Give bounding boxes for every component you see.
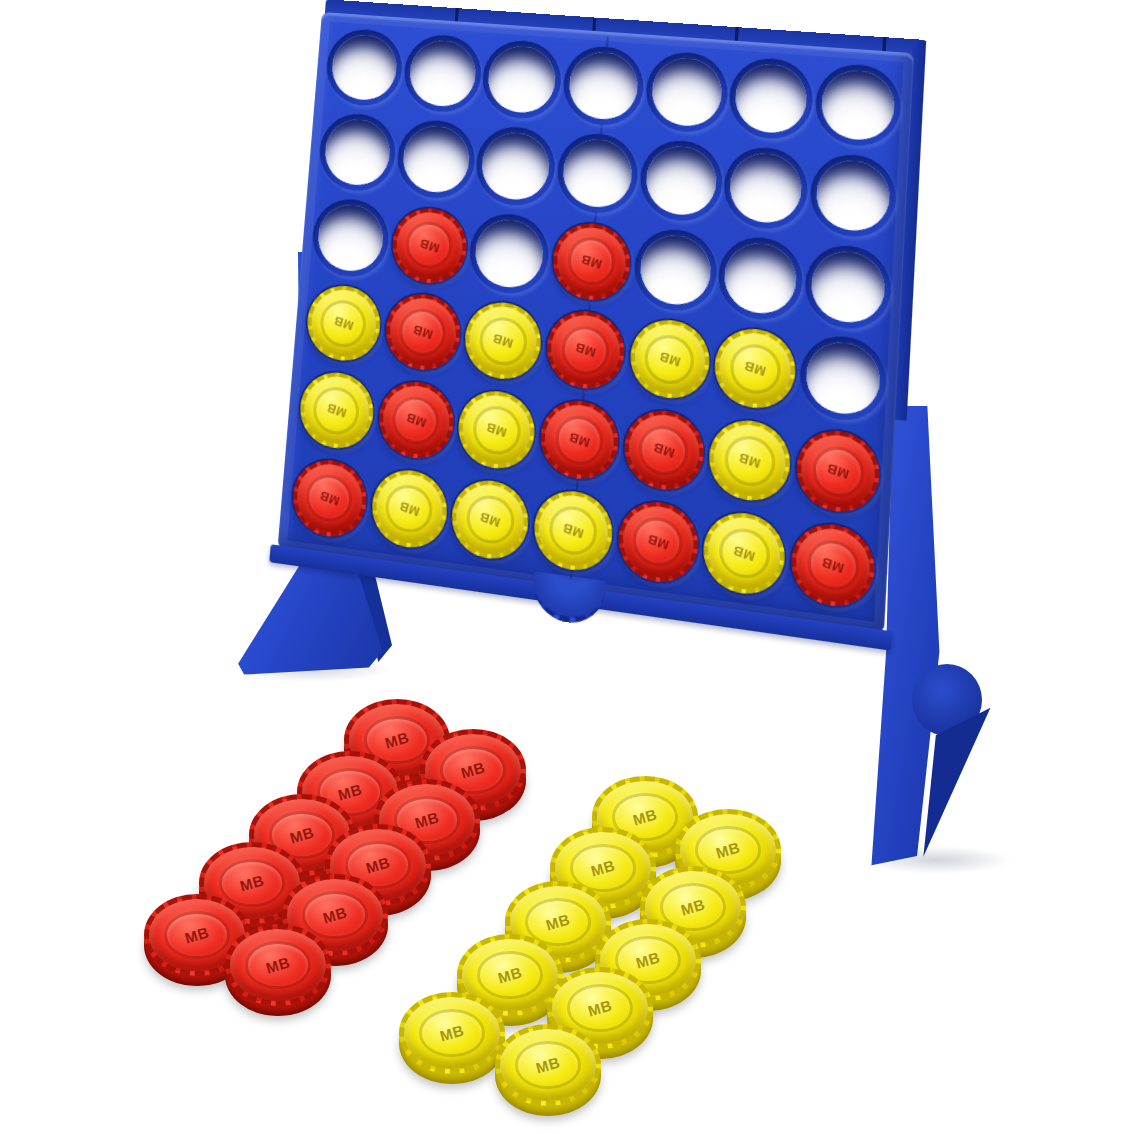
mb-logo: MB [586, 996, 614, 1019]
mb-logo: MB [651, 439, 676, 461]
mb-logo: MB [383, 728, 411, 751]
board-cell-r2c7[interactable] [807, 146, 900, 244]
mb-logo: MB [579, 251, 603, 272]
scene: Connect Four MBMBMBMBMBMBMBMBMBMBMBMBMBM… [0, 0, 1134, 1134]
board-cell-r5c6[interactable]: MB [704, 410, 797, 513]
board-cell-r1c3[interactable] [479, 34, 566, 126]
mb-logo: MB [534, 1053, 562, 1076]
board-cell-r4c7[interactable] [796, 328, 890, 430]
mb-logo: MB [645, 531, 670, 553]
mb-logo: MB [318, 488, 341, 509]
mb-logo: MB [732, 542, 758, 564]
board-cell-r5c5[interactable]: MB [618, 400, 709, 502]
board-cell-r3c2[interactable]: MB [386, 198, 472, 293]
loose-red-disc[interactable]: MB [225, 924, 331, 1016]
mb-logo: MB [496, 963, 524, 986]
board-cell-r2c3[interactable] [472, 119, 559, 213]
board-cell-r5c1[interactable]: MB [294, 362, 379, 459]
mb-logo: MB [491, 331, 515, 352]
mb-logo: MB [737, 450, 763, 472]
board-cell-r3c4[interactable]: MB [547, 213, 636, 310]
board-cell-r1c6[interactable] [726, 51, 817, 146]
board-grid: MBMBMBMBMBMBMBMBMBMBMBMBMBMBMBMBMBMBMBMB… [287, 23, 905, 619]
board-cell-r6c3[interactable]: MB [446, 469, 535, 570]
board-cell-r5c4[interactable]: MB [535, 390, 625, 490]
board-cell-r2c2[interactable] [393, 113, 479, 206]
disc-face: MB [225, 924, 331, 1006]
board-cell-r6c2[interactable]: MB [365, 459, 452, 559]
board-cell-r2c6[interactable] [720, 139, 811, 236]
mb-logo: MB [567, 429, 592, 451]
mb-logo: MB [589, 856, 617, 879]
board-cell-r5c2[interactable]: MB [372, 371, 459, 469]
board-cell-r1c4[interactable] [559, 39, 647, 132]
board-cell-r3c6[interactable] [715, 229, 807, 328]
board-cell-r6c7[interactable]: MB [786, 513, 881, 619]
mb-logo: MB [325, 400, 348, 421]
board-cell-r4c6[interactable]: MB [709, 319, 801, 420]
disc-face: MB [495, 1024, 601, 1106]
board-cell-r6c6[interactable]: MB [698, 501, 791, 606]
board-cell-r4c4[interactable]: MB [541, 301, 630, 400]
mb-logo: MB [264, 953, 292, 976]
mb-logo: MB [561, 520, 586, 542]
board-cell-r3c7[interactable] [802, 237, 895, 337]
loose-yellow-disc[interactable]: MB [495, 1024, 601, 1116]
mb-logo: MB [404, 410, 428, 431]
board-cell-r3c5[interactable] [630, 221, 720, 319]
mb-logo: MB [714, 838, 742, 861]
board-cell-r3c1[interactable] [308, 191, 393, 284]
mb-logo: MB [573, 340, 598, 361]
mb-logo: MB [631, 805, 659, 828]
board-cell-r1c5[interactable] [642, 45, 732, 139]
board-cell-r4c1[interactable]: MB [301, 276, 386, 371]
mb-logo: MB [411, 322, 435, 343]
mb-logo: MB [417, 235, 441, 255]
board-cell-r2c4[interactable] [553, 126, 642, 221]
mb-logo: MB [820, 554, 846, 577]
board-cell-r5c7[interactable]: MB [791, 420, 885, 524]
board-cell-r6c1[interactable]: MB [287, 449, 373, 548]
board-cell-r3c3[interactable] [466, 206, 554, 302]
board-cell-r1c7[interactable] [812, 57, 905, 154]
board-cell-r4c5[interactable]: MB [624, 310, 715, 410]
loose-yellow-disc[interactable]: MB [399, 992, 505, 1084]
disc-face: MB [399, 992, 505, 1074]
mb-logo: MB [743, 358, 769, 380]
board-cell-r6c5[interactable]: MB [612, 491, 704, 595]
board-cell-r2c5[interactable] [636, 133, 726, 229]
board-cell-r1c2[interactable] [400, 28, 485, 119]
mb-logo: MB [825, 460, 851, 482]
mb-logo: MB [679, 895, 707, 918]
mb-logo: MB [657, 349, 682, 370]
board-cell-r2c1[interactable] [315, 106, 399, 198]
mb-logo: MB [332, 313, 355, 333]
board: MBMBMBMBMBMBMBMBMBMBMBMBMBMBMBMBMBMBMBMB… [278, 12, 915, 634]
board-cell-r5c3[interactable]: MB [453, 381, 541, 480]
mb-logo: MB [238, 871, 266, 894]
mb-logo: MB [397, 498, 421, 519]
mb-logo: MB [485, 419, 509, 440]
mb-logo: MB [478, 509, 502, 531]
mb-logo: MB [183, 923, 211, 946]
board-cell-r4c3[interactable]: MB [459, 293, 547, 390]
board-cell-r6c4[interactable]: MB [528, 480, 618, 582]
board-cell-r1c1[interactable] [322, 23, 406, 113]
board-cell-r4c2[interactable]: MB [379, 284, 465, 380]
mb-logo: MB [438, 1021, 466, 1044]
mb-logo: MB [544, 910, 572, 933]
